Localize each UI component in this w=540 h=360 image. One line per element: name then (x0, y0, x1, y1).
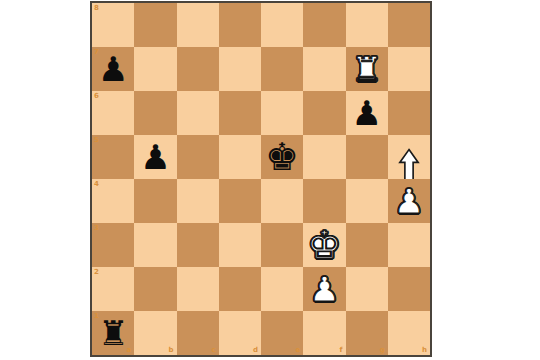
square-f5[interactable] (303, 135, 345, 179)
file-label-h: h (422, 346, 427, 354)
square-g2[interactable] (346, 267, 388, 311)
white-pawn-h4[interactable]: ♟ (394, 184, 424, 218)
square-a8[interactable]: 8 (92, 3, 134, 47)
rank-label-5: 5 (94, 136, 99, 144)
square-c3[interactable] (177, 223, 219, 267)
square-b7[interactable] (134, 47, 176, 91)
square-g3[interactable] (346, 223, 388, 267)
square-e1[interactable]: e (261, 311, 303, 355)
square-b2[interactable] (134, 267, 176, 311)
file-label-d: d (253, 346, 258, 354)
square-f7[interactable] (303, 47, 345, 91)
square-h3[interactable] (388, 223, 430, 267)
chess-board: 87♟♜6♟5♟♚4♟3♚2♟1a♜bcdefgh (90, 1, 432, 357)
square-c6[interactable] (177, 91, 219, 135)
file-label-g: g (380, 346, 385, 354)
white-pawn-f2[interactable]: ♟ (309, 272, 339, 306)
black-king-e5[interactable]: ♚ (265, 138, 299, 176)
square-h1[interactable]: h (388, 311, 430, 355)
black-pawn-b5[interactable]: ♟ (140, 140, 170, 174)
square-g7[interactable]: ♜ (346, 47, 388, 91)
square-d6[interactable] (219, 91, 261, 135)
chess-diagram: 87♟♜6♟5♟♚4♟3♚2♟1a♜bcdefgh (0, 0, 540, 360)
square-e3[interactable] (261, 223, 303, 267)
square-f6[interactable] (303, 91, 345, 135)
square-b3[interactable] (134, 223, 176, 267)
rank-label-2: 2 (94, 268, 99, 276)
square-h7[interactable] (388, 47, 430, 91)
square-e2[interactable] (261, 267, 303, 311)
square-g1[interactable]: g (346, 311, 388, 355)
square-d5[interactable] (219, 135, 261, 179)
square-e8[interactable] (261, 3, 303, 47)
square-c8[interactable] (177, 3, 219, 47)
square-e7[interactable] (261, 47, 303, 91)
square-a7[interactable]: 7♟ (92, 47, 134, 91)
square-d3[interactable] (219, 223, 261, 267)
square-b4[interactable] (134, 179, 176, 223)
white-rook-g7[interactable]: ♜ (351, 52, 381, 86)
square-a4[interactable]: 4 (92, 179, 134, 223)
square-h4[interactable]: ♟ (388, 179, 430, 223)
rank-label-7: 7 (94, 48, 99, 56)
square-h5[interactable] (388, 135, 430, 179)
square-b5[interactable]: ♟ (134, 135, 176, 179)
square-f3[interactable]: ♚ (303, 223, 345, 267)
square-c1[interactable]: c (177, 311, 219, 355)
square-e6[interactable] (261, 91, 303, 135)
black-rook-a1[interactable]: ♜ (98, 316, 128, 350)
square-a2[interactable]: 2 (92, 267, 134, 311)
square-g6[interactable]: ♟ (346, 91, 388, 135)
black-pawn-a7[interactable]: ♟ (98, 52, 128, 86)
square-a1[interactable]: 1a♜ (92, 311, 134, 355)
black-pawn-g6[interactable]: ♟ (351, 96, 381, 130)
square-b6[interactable] (134, 91, 176, 135)
square-a3[interactable]: 3 (92, 223, 134, 267)
file-label-c: c (212, 346, 216, 354)
square-g8[interactable] (346, 3, 388, 47)
rank-label-6: 6 (94, 92, 99, 100)
square-h2[interactable] (388, 267, 430, 311)
square-d7[interactable] (219, 47, 261, 91)
rank-label-8: 8 (94, 4, 99, 12)
file-label-e: e (296, 346, 301, 354)
square-c4[interactable] (177, 179, 219, 223)
file-label-a: a (127, 346, 132, 354)
square-e5[interactable]: ♚ (261, 135, 303, 179)
rank-label-1: 1 (94, 312, 99, 320)
square-b1[interactable]: b (134, 311, 176, 355)
square-e4[interactable] (261, 179, 303, 223)
square-f2[interactable]: ♟ (303, 267, 345, 311)
white-king-f3[interactable]: ♚ (307, 226, 341, 264)
square-c7[interactable] (177, 47, 219, 91)
square-h8[interactable] (388, 3, 430, 47)
square-d4[interactable] (219, 179, 261, 223)
square-g4[interactable] (346, 179, 388, 223)
square-d1[interactable]: d (219, 311, 261, 355)
square-d2[interactable] (219, 267, 261, 311)
square-a5[interactable]: 5 (92, 135, 134, 179)
square-f1[interactable]: f (303, 311, 345, 355)
rank-label-4: 4 (94, 180, 99, 188)
square-f8[interactable] (303, 3, 345, 47)
square-d8[interactable] (219, 3, 261, 47)
square-b8[interactable] (134, 3, 176, 47)
square-h6[interactable] (388, 91, 430, 135)
square-a6[interactable]: 6 (92, 91, 134, 135)
file-label-f: f (339, 346, 342, 354)
square-f4[interactable] (303, 179, 345, 223)
file-label-b: b (168, 346, 173, 354)
square-g5[interactable] (346, 135, 388, 179)
rank-label-3: 3 (94, 224, 99, 232)
square-c2[interactable] (177, 267, 219, 311)
square-c5[interactable] (177, 135, 219, 179)
